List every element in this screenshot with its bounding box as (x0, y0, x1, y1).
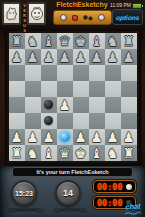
black-pawn[interactable]: ♟ (106, 49, 118, 65)
square-a4[interactable] (9, 97, 25, 113)
black-knight[interactable]: ♞ (106, 33, 118, 49)
white-clock-display: 00:00 (93, 180, 136, 193)
white-bishop[interactable]: ♝ (42, 145, 54, 161)
sketch-face-icon (30, 5, 44, 22)
square-g8[interactable]: ♞ (105, 33, 121, 49)
square-h7[interactable]: ♟ (121, 49, 137, 65)
header-bar: VERSUS FletchEsketchy 11:09 PM options (0, 0, 145, 27)
square-b8[interactable]: ♞ (25, 33, 41, 49)
white-knight[interactable]: ♞ (26, 145, 38, 161)
square-c1[interactable]: ♝ (41, 145, 57, 161)
square-g4[interactable] (105, 97, 121, 113)
square-a1[interactable]: ♜ (9, 145, 25, 161)
square-d3[interactable] (57, 113, 73, 129)
board-section: ♜♞♝♛♚♝♞♜♟♟♟♟♟♟♟♟♟♟♟♟♟♟♟♟♜♞♝♛♚♝♞♜ (0, 27, 145, 166)
square-e8[interactable]: ♚ (73, 33, 89, 49)
square-d6[interactable] (57, 65, 73, 81)
square-e7[interactable]: ♟ (73, 49, 89, 65)
white-king[interactable]: ♚ (74, 145, 86, 161)
turn-timer-value: 14 (63, 188, 73, 198)
square-f1[interactable]: ♝ (89, 145, 105, 161)
white-player-dot-icon (126, 184, 132, 190)
square-b6[interactable] (25, 65, 41, 81)
black-knight[interactable]: ♞ (26, 33, 38, 49)
square-e4[interactable] (73, 97, 89, 113)
square-g2[interactable]: ♟ (105, 129, 121, 145)
square-d1[interactable]: ♛ (57, 145, 73, 161)
black-queen[interactable]: ♛ (58, 33, 70, 49)
app-screen: VERSUS FletchEsketchy 11:09 PM options ♜… (0, 0, 145, 217)
white-pawn[interactable]: ♟ (10, 129, 22, 145)
square-c7[interactable]: ♟ (41, 49, 57, 65)
stopwatch-icon (60, 14, 67, 21)
white-pawn[interactable]: ♟ (122, 129, 134, 145)
dark-dot-marker (44, 100, 53, 109)
game-timer-badge: 15:23 (11, 180, 37, 206)
square-g7[interactable]: ♟ (105, 49, 121, 65)
square-g3[interactable] (105, 113, 121, 129)
square-h6[interactable] (121, 65, 137, 81)
square-e1[interactable]: ♚ (73, 145, 89, 161)
square-h1[interactable]: ♜ (121, 145, 137, 161)
square-h5[interactable] (121, 81, 137, 97)
game-timer-label: game timer (8, 208, 44, 213)
square-c6[interactable] (41, 65, 57, 81)
game-timer-value: 15:23 (15, 190, 33, 197)
square-g5[interactable] (105, 81, 121, 97)
square-h4[interactable] (121, 97, 137, 113)
black-bishop[interactable]: ♝ (42, 33, 54, 49)
square-b3[interactable] (25, 113, 41, 129)
black-pawn[interactable]: ♟ (74, 49, 86, 65)
chat-button[interactable]: chat (124, 202, 142, 215)
black-pawn[interactable]: ♟ (26, 49, 38, 65)
black-bishop[interactable]: ♝ (90, 33, 102, 49)
blue-dot-marker (60, 132, 70, 142)
system-clock: 11:09 PM (110, 2, 131, 8)
square-f3[interactable] (89, 113, 105, 129)
square-f5[interactable] (89, 81, 105, 97)
white-rook[interactable]: ♜ (122, 145, 134, 161)
black-pawn[interactable]: ♟ (58, 49, 70, 65)
square-h8[interactable]: ♜ (121, 33, 137, 49)
player1-avatar[interactable] (2, 2, 21, 25)
dark-pieces-icon (83, 15, 88, 20)
white-pawn[interactable]: ♟ (58, 97, 70, 113)
square-c3[interactable] (41, 113, 57, 129)
black-rook[interactable]: ♜ (10, 33, 22, 49)
square-g6[interactable] (105, 65, 121, 81)
square-e3[interactable] (73, 113, 89, 129)
square-b1[interactable]: ♞ (25, 145, 41, 161)
black-pawn[interactable]: ♟ (90, 49, 102, 65)
stopwatch-icon-2 (98, 14, 105, 21)
chat-scribble-icon (124, 211, 142, 215)
white-pawn[interactable]: ♟ (90, 129, 102, 145)
white-pawn[interactable]: ♟ (42, 129, 54, 145)
square-c4[interactable] (41, 97, 57, 113)
square-a3[interactable] (9, 113, 25, 129)
black-pawn[interactable]: ♟ (42, 49, 54, 65)
white-queen[interactable]: ♛ (58, 145, 70, 161)
black-pawn[interactable]: ♟ (10, 49, 22, 65)
square-a8[interactable]: ♜ (9, 33, 25, 49)
turn-status-message: It's your turn FletchEsketch (36, 169, 108, 175)
square-d5[interactable] (57, 81, 73, 97)
square-d2[interactable] (57, 129, 73, 145)
black-king[interactable]: ♚ (74, 33, 86, 49)
black-rook[interactable]: ♜ (122, 33, 134, 49)
white-clock-time: 00:00 (97, 182, 123, 192)
square-c2[interactable]: ♟ (41, 129, 57, 145)
square-c8[interactable]: ♝ (41, 33, 57, 49)
white-knight[interactable]: ♞ (106, 145, 118, 161)
square-a6[interactable] (9, 65, 25, 81)
sketch-doodle-icon (5, 5, 18, 22)
square-a7[interactable]: ♟ (9, 49, 25, 65)
square-e2[interactable]: ♟ (73, 129, 89, 145)
square-f4[interactable] (89, 97, 105, 113)
square-f6[interactable] (89, 65, 105, 81)
turn-timer-badge: 14 (55, 180, 81, 206)
square-g1[interactable]: ♞ (105, 145, 121, 161)
bottom-panel: It's your turn FletchEsketch 15:23 game … (0, 166, 145, 217)
chat-button-label: chat (124, 201, 143, 211)
options-button[interactable]: options (112, 9, 143, 25)
square-b5[interactable] (25, 81, 41, 97)
square-d4[interactable]: ♟ (57, 97, 73, 113)
square-b7[interactable]: ♟ (25, 49, 41, 65)
square-a5[interactable] (9, 81, 25, 97)
square-b4[interactable] (25, 97, 41, 113)
white-rook[interactable]: ♜ (10, 145, 22, 161)
square-f7[interactable]: ♟ (89, 49, 105, 65)
square-d7[interactable]: ♟ (57, 49, 73, 65)
square-b2[interactable]: ♟ (25, 129, 41, 145)
player2-avatar[interactable] (27, 2, 46, 25)
black-pawn[interactable]: ♟ (122, 49, 134, 65)
dark-dot-marker (44, 116, 53, 125)
board-frame: ♜♞♝♛♚♝♞♜♟♟♟♟♟♟♟♟♟♟♟♟♟♟♟♟♜♞♝♛♚♝♞♜ (5, 29, 141, 165)
square-e5[interactable] (73, 81, 89, 97)
turn-timer-label: turn timer (53, 208, 87, 213)
square-e6[interactable] (73, 65, 89, 81)
white-pawn[interactable]: ♟ (74, 129, 86, 145)
square-f8[interactable]: ♝ (89, 33, 105, 49)
square-h3[interactable] (121, 113, 137, 129)
chess-board[interactable]: ♜♞♝♛♚♝♞♜♟♟♟♟♟♟♟♟♟♟♟♟♟♟♟♟♜♞♝♛♚♝♞♜ (9, 33, 137, 161)
square-f2[interactable]: ♟ (89, 129, 105, 145)
white-pawn[interactable]: ♟ (26, 129, 38, 145)
red-piece-icon (71, 14, 78, 21)
options-button-label: options (115, 14, 139, 21)
square-h2[interactable]: ♟ (121, 129, 137, 145)
black-clock-time: 00:00 (97, 198, 123, 208)
white-pawn[interactable]: ♟ (106, 129, 118, 145)
game-title: FletchEsketchy (50, 1, 114, 8)
square-a2[interactable]: ♟ (9, 129, 25, 145)
white-bishop[interactable]: ♝ (90, 145, 102, 161)
square-c5[interactable] (41, 81, 57, 97)
turn-status-bar: It's your turn FletchEsketch (12, 167, 133, 177)
square-d8[interactable]: ♛ (57, 33, 73, 49)
header-banner (53, 10, 112, 25)
